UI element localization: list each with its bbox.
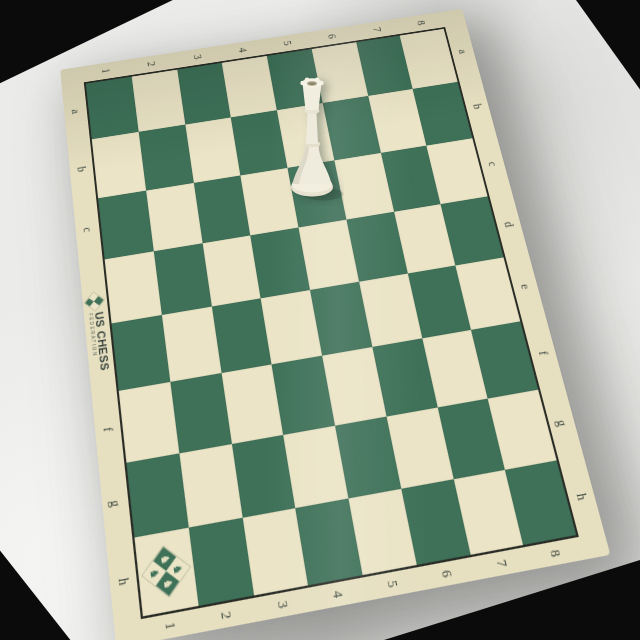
square-c2[interactable]: [146, 183, 202, 252]
photo-of-chess-board: US CHESS FEDERATION ♞♞♞♞ 123456781234567…: [0, 0, 640, 640]
square-a1[interactable]: [86, 77, 139, 140]
bottom-label-2: 2: [219, 610, 233, 620]
bottom-label-3: 3: [275, 600, 289, 610]
white-queen-piece[interactable]: [282, 70, 344, 206]
square-b2[interactable]: [138, 125, 193, 190]
top-label-2: 2: [146, 61, 158, 67]
bottom-label-8: 8: [548, 549, 563, 558]
right-label-c: c: [486, 161, 498, 167]
left-label-f: f: [101, 426, 114, 432]
four-knights-corner-emblem: ♞♞♞♞: [143, 547, 190, 596]
top-label-8: 8: [415, 20, 427, 26]
square-b1[interactable]: [92, 132, 146, 198]
bottom-label-4: 4: [330, 590, 344, 600]
right-label-f: f: [537, 350, 550, 356]
bottom-label-6: 6: [440, 569, 454, 578]
top-label-4: 4: [237, 47, 249, 53]
left-label-c: c: [81, 226, 93, 233]
top-label-1: 1: [100, 68, 112, 74]
left-label-b: b: [75, 166, 87, 173]
right-label-a: a: [457, 49, 469, 55]
left-label-a: a: [70, 109, 82, 115]
us-chess-logo-icon: [86, 293, 104, 310]
top-label-7: 7: [371, 26, 383, 32]
right-label-b: b: [471, 103, 483, 110]
left-label-h: h: [116, 576, 130, 585]
top-label-5: 5: [282, 40, 294, 46]
square-e1[interactable]: [112, 315, 171, 391]
right-label-e: e: [519, 284, 532, 291]
square-c1[interactable]: [98, 190, 153, 259]
right-label-h: h: [574, 492, 588, 501]
bottom-label-7: 7: [494, 559, 508, 568]
right-label-g: g: [555, 419, 569, 427]
top-label-3: 3: [192, 54, 204, 60]
square-g1[interactable]: [126, 453, 188, 537]
square-f1[interactable]: [119, 382, 179, 462]
square-h1[interactable]: ♞♞♞♞: [134, 527, 198, 616]
bottom-label-1: 1: [163, 621, 177, 631]
square-a2[interactable]: [131, 70, 184, 132]
left-label-g: g: [109, 499, 123, 508]
bottom-label-5: 5: [385, 579, 399, 588]
square-d1[interactable]: [105, 251, 162, 323]
top-label-6: 6: [327, 33, 339, 39]
right-label-d: d: [502, 220, 515, 227]
